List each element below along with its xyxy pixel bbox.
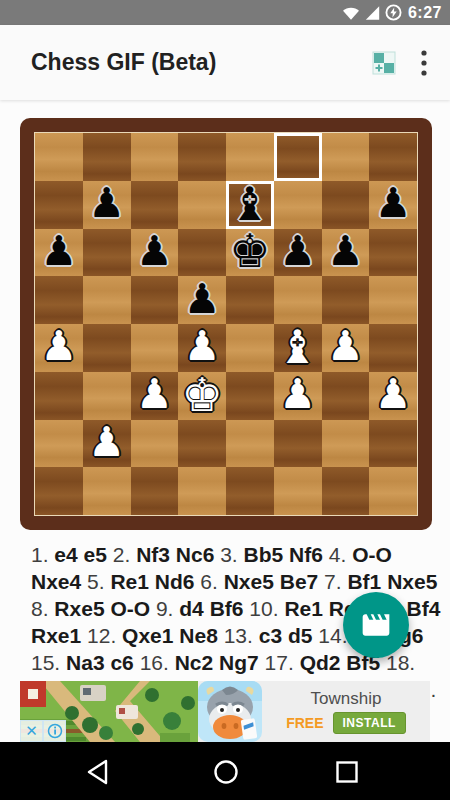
ad-price-label: FREE — [286, 715, 323, 731]
overflow-menu-button[interactable] — [404, 43, 444, 83]
recents-square-icon — [335, 760, 359, 784]
square-d8 — [178, 133, 226, 181]
square-a6: ♟ — [35, 229, 83, 277]
cellular-signal-icon — [364, 5, 381, 21]
square-e8 — [226, 133, 274, 181]
move-number: 16. — [140, 651, 169, 674]
square-h3: ♟ — [369, 372, 417, 420]
square-e5 — [226, 276, 274, 324]
square-h2 — [369, 420, 417, 468]
move-san: Nf6 — [289, 543, 323, 566]
square-d2 — [178, 420, 226, 468]
create-gif-fab[interactable] — [343, 592, 409, 658]
piece-black-pawn: ♟ — [88, 183, 125, 224]
move-san: d5 — [288, 624, 313, 647]
checkerboard-plus-icon — [372, 51, 396, 75]
square-h1 — [369, 467, 417, 515]
piece-white-pawn: ♟ — [279, 374, 316, 415]
square-f2 — [274, 420, 322, 468]
square-a5 — [35, 276, 83, 324]
move-san: Be7 — [280, 570, 319, 593]
square-c7 — [131, 181, 179, 229]
piece-white-bishop: ♝ — [277, 324, 318, 370]
square-g5 — [322, 276, 370, 324]
move-number: 10. — [249, 597, 278, 620]
home-circle-icon — [213, 759, 239, 785]
move-san: Nc2 — [175, 651, 214, 674]
board-grid: ♟♝♟♟♟♚♟♟♟♟♟♝♟♟♚♟♟♟ — [34, 132, 418, 516]
square-g6: ♟ — [322, 229, 370, 277]
square-c1 — [131, 467, 179, 515]
move-san: Qd2 — [300, 651, 341, 674]
move-san: Bb5 — [244, 543, 284, 566]
ad-badges: ✕ — [20, 720, 66, 742]
square-f8 — [274, 133, 322, 181]
square-g7 — [322, 181, 370, 229]
square-f7 — [274, 181, 322, 229]
square-h8 — [369, 133, 417, 181]
piece-black-king: ♚ — [229, 229, 270, 275]
square-f3: ♟ — [274, 372, 322, 420]
square-a7 — [35, 181, 83, 229]
move-san: Rxe5 — [54, 597, 104, 620]
square-g2 — [322, 420, 370, 468]
ad-text-panel: Township FREE INSTALL — [262, 681, 430, 742]
move-number: 2. — [113, 543, 131, 566]
move-san: Nf3 — [136, 543, 170, 566]
android-nav-bar — [0, 742, 450, 800]
chess-board: ♟♝♟♟♟♚♟♟♟♟♟♝♟♟♚♟♟♟ — [20, 118, 432, 530]
ad-info-button[interactable] — [43, 720, 66, 742]
square-h4 — [369, 324, 417, 372]
move-line: 1. e4 e5 2. Nf3 Nc6 3. Bb5 Nf6 4. O-O — [31, 541, 431, 568]
square-d5: ♟ — [178, 276, 226, 324]
square-a8 — [35, 133, 83, 181]
move-san: Re1 — [110, 570, 149, 593]
square-e6: ♚ — [226, 229, 274, 277]
move-san: Re1 — [284, 597, 323, 620]
move-number: 8. — [31, 597, 49, 620]
move-san: Bf1 — [347, 570, 381, 593]
square-f6: ♟ — [274, 229, 322, 277]
move-san: Qxe1 — [122, 624, 173, 647]
piece-white-pawn: ♟ — [375, 374, 412, 415]
ad-install-button[interactable]: INSTALL — [333, 712, 406, 734]
new-board-button[interactable] — [364, 43, 404, 83]
move-san: Bf4 — [407, 597, 441, 620]
square-b7: ♟ — [83, 181, 131, 229]
piece-white-pawn: ♟ — [40, 326, 77, 367]
move-number: 4. — [329, 543, 347, 566]
square-e4 — [226, 324, 274, 372]
piece-white-pawn: ♟ — [184, 326, 221, 367]
move-number: 7. — [324, 570, 342, 593]
move-number: 6. — [200, 570, 218, 593]
piece-black-pawn: ♟ — [375, 183, 412, 224]
move-san: Bf6 — [210, 597, 244, 620]
info-icon — [47, 723, 63, 739]
piece-black-bishop: ♝ — [229, 181, 270, 227]
movie-icon — [360, 609, 392, 641]
move-san: Na3 — [66, 651, 105, 674]
move-san: O-O — [110, 597, 150, 620]
piece-black-pawn: ♟ — [279, 231, 316, 272]
move-san: Ne8 — [179, 624, 218, 647]
move-number: 12. — [87, 624, 116, 647]
square-d4: ♟ — [178, 324, 226, 372]
cow-icon — [198, 681, 262, 742]
move-number: 1. — [31, 543, 49, 566]
phone-screen: 6:27 Chess GIF (Beta) ♟♝♟♟♟♚♟♟♟♟♟♝♟♟♚♟♟♟… — [0, 0, 450, 800]
battery-charging-icon — [385, 4, 402, 21]
home-button[interactable] — [212, 758, 240, 786]
wifi-icon — [342, 5, 360, 21]
back-triangle-icon — [86, 759, 110, 785]
ad-close-button[interactable]: ✕ — [20, 720, 43, 742]
square-d1 — [178, 467, 226, 515]
vertical-dots-icon — [421, 50, 427, 76]
back-button[interactable] — [84, 758, 112, 786]
piece-black-pawn: ♟ — [327, 231, 364, 272]
piece-black-pawn: ♟ — [184, 279, 221, 320]
square-e1 — [226, 467, 274, 515]
piece-white-king: ♚ — [182, 372, 223, 418]
square-h7: ♟ — [369, 181, 417, 229]
move-san: Nc6 — [176, 543, 215, 566]
square-e3 — [226, 372, 274, 420]
square-c6: ♟ — [131, 229, 179, 277]
square-d3: ♚ — [178, 372, 226, 420]
move-san: e5 — [84, 543, 107, 566]
move-san: c6 — [110, 651, 133, 674]
recents-button[interactable] — [333, 758, 361, 786]
ad-title: Township — [311, 689, 382, 709]
square-g1 — [322, 467, 370, 515]
move-san: d4 — [179, 597, 204, 620]
square-a3 — [35, 372, 83, 420]
square-e2 — [226, 420, 274, 468]
move-number: 15. — [31, 651, 60, 674]
status-bar: 6:27 — [0, 0, 450, 25]
square-h5 — [369, 276, 417, 324]
square-g8 — [322, 133, 370, 181]
move-san: e4 — [54, 543, 77, 566]
square-e7: ♝ — [226, 181, 274, 229]
move-san: O-O — [352, 543, 392, 566]
square-c3: ♟ — [131, 372, 179, 420]
square-c2 — [131, 420, 179, 468]
move-san: Nxe5 — [387, 570, 437, 593]
square-c4 — [131, 324, 179, 372]
square-b4 — [83, 324, 131, 372]
square-c5 — [131, 276, 179, 324]
app-bar: Chess GIF (Beta) — [0, 25, 450, 100]
square-f4: ♝ — [274, 324, 322, 372]
move-san: c3 — [259, 624, 282, 647]
move-line: Nxe4 5. Re1 Nd6 6. Nxe5 Be7 7. Bf1 Nxe5 — [31, 568, 431, 595]
square-b1 — [83, 467, 131, 515]
square-g4: ♟ — [322, 324, 370, 372]
square-b2: ♟ — [83, 420, 131, 468]
move-san: Rxe1 — [31, 624, 81, 647]
square-b8 — [83, 133, 131, 181]
move-san: Ng7 — [219, 651, 259, 674]
square-h6 — [369, 229, 417, 277]
piece-white-pawn: ♟ — [327, 326, 364, 367]
move-number: 17. — [265, 651, 294, 674]
move-number: 5. — [87, 570, 105, 593]
move-number: 13. — [224, 624, 253, 647]
move-number: 9. — [156, 597, 174, 620]
square-a2 — [35, 420, 83, 468]
square-f5 — [274, 276, 322, 324]
move-san: Nd6 — [155, 570, 195, 593]
square-d6 — [178, 229, 226, 277]
ad-banner[interactable]: Township FREE INSTALL ✕ — [20, 681, 430, 742]
ad-app-icon[interactable] — [198, 681, 262, 742]
move-san: Nxe4 — [31, 570, 81, 593]
square-c8 — [131, 133, 179, 181]
piece-black-pawn: ♟ — [40, 231, 77, 272]
move-number: 3. — [220, 543, 238, 566]
move-san: Nxe5 — [224, 570, 274, 593]
piece-white-pawn: ♟ — [88, 422, 125, 463]
page-title: Chess GIF (Beta) — [31, 49, 364, 76]
square-f1 — [274, 467, 322, 515]
square-b5 — [83, 276, 131, 324]
square-a1 — [35, 467, 83, 515]
square-g3 — [322, 372, 370, 420]
square-b6 — [83, 229, 131, 277]
clock: 6:27 — [408, 4, 442, 22]
square-b3 — [83, 372, 131, 420]
square-d7 — [178, 181, 226, 229]
piece-white-pawn: ♟ — [136, 374, 173, 415]
piece-black-pawn: ♟ — [136, 231, 173, 272]
square-a4: ♟ — [35, 324, 83, 372]
